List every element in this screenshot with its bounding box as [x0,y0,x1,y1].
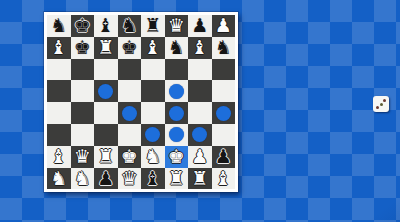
square-f2[interactable]: ♚ [165,146,189,168]
legal-move-dot-f3[interactable] [169,127,184,142]
die-pip-2 [380,103,383,106]
square-g2[interactable]: ♟ [188,146,212,168]
white-queen-d1[interactable]: ♛ [121,169,138,188]
square-d2[interactable]: ♚ [118,146,142,168]
square-d3[interactable] [118,124,142,146]
square-h1[interactable]: ♝ [212,168,236,190]
square-g1[interactable]: ♜ [188,168,212,190]
square-g3[interactable] [188,124,212,146]
square-a5[interactable] [47,80,71,102]
white-bishop-g7[interactable]: ♝ [191,38,208,57]
square-a2[interactable]: ♝ [47,146,71,168]
legal-move-dot-c5[interactable] [98,84,113,99]
square-g4[interactable] [188,102,212,124]
square-a1[interactable]: ♞ [47,168,71,190]
square-b5[interactable] [71,80,95,102]
square-a4[interactable] [47,102,71,124]
white-rook-c2[interactable]: ♜ [97,147,114,166]
black-knight-d8[interactable]: ♞ [121,16,138,35]
square-f7[interactable]: ♞ [165,37,189,59]
square-f6[interactable] [165,59,189,81]
black-king-b8[interactable]: ♚ [74,16,91,35]
square-h3[interactable] [212,124,236,146]
black-pawn-h2[interactable]: ♟ [215,147,232,166]
square-g5[interactable] [188,80,212,102]
app-background: ♞♚♝♞♜♛♟♟♝♚♜♚♝♞♝♞♝♛♜♚♞♚♟♟♞♞♟♛♝♜♜♝ [0,0,400,222]
square-f1[interactable]: ♜ [165,168,189,190]
legal-move-dot-d4[interactable] [122,106,137,121]
square-c4[interactable] [94,102,118,124]
square-h2[interactable]: ♟ [212,146,236,168]
white-knight-e2[interactable]: ♞ [144,147,161,166]
square-g8[interactable]: ♟ [188,15,212,37]
chess-board: ♞♚♝♞♜♛♟♟♝♚♜♚♝♞♝♞♝♛♜♚♞♚♟♟♞♞♟♛♝♜♜♝ [44,12,238,192]
square-f3[interactable] [165,124,189,146]
white-bishop-a7[interactable]: ♝ [50,38,67,57]
square-e5[interactable] [141,80,165,102]
square-b2[interactable]: ♛ [71,146,95,168]
black-rook-e8[interactable]: ♜ [144,16,161,35]
white-king-f2[interactable]: ♚ [168,147,185,166]
white-bishop-h1[interactable]: ♝ [215,169,232,188]
white-pawn-g2[interactable]: ♟ [191,147,208,166]
square-a6[interactable] [47,59,71,81]
black-king-b7[interactable]: ♚ [74,38,91,57]
square-a7[interactable]: ♝ [47,37,71,59]
white-rook-c7[interactable]: ♜ [97,38,114,57]
white-queen-f8[interactable]: ♛ [168,16,185,35]
white-rook-g1[interactable]: ♜ [191,169,208,188]
white-pawn-h8[interactable]: ♟ [215,16,232,35]
black-knight-a8[interactable]: ♞ [50,16,67,35]
black-pawn-g8[interactable]: ♟ [191,16,208,35]
square-c1[interactable]: ♟ [94,168,118,190]
square-f8[interactable]: ♛ [165,15,189,37]
square-e4[interactable] [141,102,165,124]
black-pawn-c1[interactable]: ♟ [97,169,114,188]
square-c8[interactable]: ♝ [94,15,118,37]
white-knight-b1[interactable]: ♞ [74,169,91,188]
legal-move-dot-g3[interactable] [192,127,207,142]
square-g7[interactable]: ♝ [188,37,212,59]
square-e2[interactable]: ♞ [141,146,165,168]
white-queen-b2[interactable]: ♛ [74,147,91,166]
square-e3[interactable] [141,124,165,146]
square-b1[interactable]: ♞ [71,168,95,190]
dice-icon[interactable] [373,96,389,112]
legal-move-dot-h4[interactable] [216,106,231,121]
black-king-d7[interactable]: ♚ [121,38,138,57]
square-h5[interactable] [212,80,236,102]
square-h6[interactable] [212,59,236,81]
square-b7[interactable]: ♚ [71,37,95,59]
square-b3[interactable] [71,124,95,146]
square-d7[interactable]: ♚ [118,37,142,59]
die-pip-1 [383,99,386,102]
square-e6[interactable] [141,59,165,81]
square-c3[interactable] [94,124,118,146]
square-e1[interactable]: ♝ [141,168,165,190]
white-rook-f1[interactable]: ♜ [168,169,185,188]
square-d8[interactable]: ♞ [118,15,142,37]
square-h4[interactable] [212,102,236,124]
square-g6[interactable] [188,59,212,81]
legal-move-dot-f4[interactable] [169,106,184,121]
square-h7[interactable]: ♞ [212,37,236,59]
black-knight-h7[interactable]: ♞ [215,38,232,57]
white-knight-a1[interactable]: ♞ [50,169,67,188]
square-h8[interactable]: ♟ [212,15,236,37]
black-bishop-c8[interactable]: ♝ [97,16,114,35]
square-d1[interactable]: ♛ [118,168,142,190]
black-knight-f7[interactable]: ♞ [168,38,185,57]
square-a3[interactable] [47,124,71,146]
square-c6[interactable] [94,59,118,81]
square-c2[interactable]: ♜ [94,146,118,168]
square-d5[interactable] [118,80,142,102]
square-b4[interactable] [71,102,95,124]
square-c5[interactable] [94,80,118,102]
square-e8[interactable]: ♜ [141,15,165,37]
legal-move-dot-e3[interactable] [145,127,160,142]
square-f4[interactable] [165,102,189,124]
square-a8[interactable]: ♞ [47,15,71,37]
square-b8[interactable]: ♚ [71,15,95,37]
white-bishop-e7[interactable]: ♝ [144,38,161,57]
square-d6[interactable] [118,59,142,81]
square-e7[interactable]: ♝ [141,37,165,59]
square-f5[interactable] [165,80,189,102]
white-king-d2[interactable]: ♚ [121,147,138,166]
legal-move-dot-f5[interactable] [169,84,184,99]
black-bishop-e1[interactable]: ♝ [144,169,161,188]
square-d4[interactable] [118,102,142,124]
die-pip-3 [376,106,379,109]
square-c7[interactable]: ♜ [94,37,118,59]
square-b6[interactable] [71,59,95,81]
white-bishop-a2[interactable]: ♝ [50,147,67,166]
